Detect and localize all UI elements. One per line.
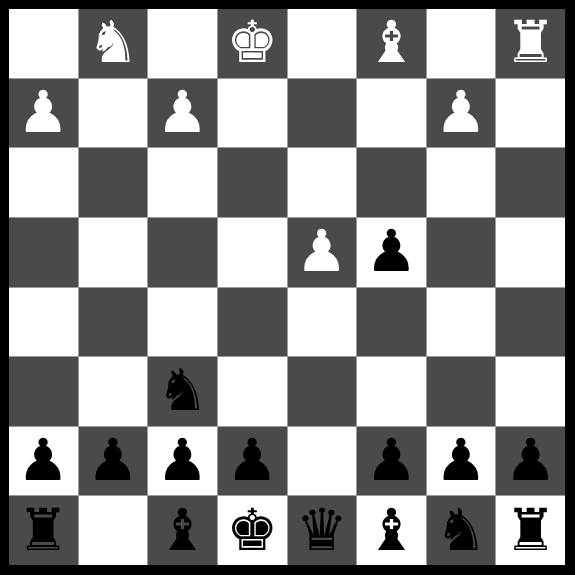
- piece-white-pawn[interactable]: ♟: [435, 83, 487, 141]
- square-a8[interactable]: ♜: [496, 496, 565, 565]
- piece-white-pawn[interactable]: ♟: [17, 83, 69, 141]
- square-b3[interactable]: [427, 148, 496, 217]
- square-b5[interactable]: [427, 288, 496, 357]
- square-f7[interactable]: ♟: [148, 427, 217, 496]
- square-g7[interactable]: ♟: [79, 427, 148, 496]
- square-a6[interactable]: [496, 357, 565, 426]
- piece-white-pawn[interactable]: ♟: [296, 222, 348, 280]
- square-b6[interactable]: [427, 357, 496, 426]
- square-a3[interactable]: [496, 148, 565, 217]
- square-c5[interactable]: [357, 288, 426, 357]
- piece-black-king[interactable]: ♚: [226, 501, 278, 559]
- square-h4[interactable]: [9, 218, 78, 287]
- square-d3[interactable]: [288, 148, 357, 217]
- piece-white-king[interactable]: ♚: [226, 13, 278, 71]
- square-g8[interactable]: [79, 496, 148, 565]
- board-frame: ♞♚♝♜♟♟♟♟♟♞♟♟♟♟♟♟♟♜♝♚♛♝♞♜: [0, 0, 575, 575]
- square-e7[interactable]: ♟: [218, 427, 287, 496]
- piece-white-pawn[interactable]: ♟: [157, 83, 209, 141]
- piece-white-knight[interactable]: ♞: [87, 13, 139, 71]
- square-h1[interactable]: [9, 9, 78, 78]
- piece-black-rook[interactable]: ♜: [505, 501, 557, 559]
- square-h3[interactable]: [9, 148, 78, 217]
- chess-board: ♞♚♝♜♟♟♟♟♟♞♟♟♟♟♟♟♟♜♝♚♛♝♞♜: [9, 9, 565, 565]
- square-e2[interactable]: [218, 79, 287, 148]
- piece-black-queen[interactable]: ♛: [296, 501, 348, 559]
- piece-black-knight[interactable]: ♞: [157, 361, 209, 419]
- square-g6[interactable]: [79, 357, 148, 426]
- square-h5[interactable]: [9, 288, 78, 357]
- square-b4[interactable]: [427, 218, 496, 287]
- square-e6[interactable]: [218, 357, 287, 426]
- piece-black-pawn[interactable]: ♟: [365, 222, 417, 280]
- square-a2[interactable]: [496, 79, 565, 148]
- square-e5[interactable]: [218, 288, 287, 357]
- square-a7[interactable]: ♟: [496, 427, 565, 496]
- square-g3[interactable]: [79, 148, 148, 217]
- piece-black-pawn[interactable]: ♟: [226, 431, 278, 489]
- square-h7[interactable]: ♟: [9, 427, 78, 496]
- square-d2[interactable]: [288, 79, 357, 148]
- square-h6[interactable]: [9, 357, 78, 426]
- square-b2[interactable]: ♟: [427, 79, 496, 148]
- square-d1[interactable]: [288, 9, 357, 78]
- square-c3[interactable]: [357, 148, 426, 217]
- square-a4[interactable]: [496, 218, 565, 287]
- square-f5[interactable]: [148, 288, 217, 357]
- square-e3[interactable]: [218, 148, 287, 217]
- square-c2[interactable]: [357, 79, 426, 148]
- piece-black-pawn[interactable]: ♟: [17, 431, 69, 489]
- piece-black-rook[interactable]: ♜: [17, 501, 69, 559]
- square-g1[interactable]: ♞: [79, 9, 148, 78]
- square-b7[interactable]: ♟: [427, 427, 496, 496]
- piece-black-pawn[interactable]: ♟: [435, 431, 487, 489]
- square-g5[interactable]: [79, 288, 148, 357]
- square-a5[interactable]: [496, 288, 565, 357]
- square-f4[interactable]: [148, 218, 217, 287]
- square-g4[interactable]: [79, 218, 148, 287]
- piece-black-pawn[interactable]: ♟: [87, 431, 139, 489]
- square-f3[interactable]: [148, 148, 217, 217]
- piece-black-bishop[interactable]: ♝: [157, 501, 209, 559]
- square-c8[interactable]: ♝: [357, 496, 426, 565]
- square-e8[interactable]: ♚: [218, 496, 287, 565]
- square-b1[interactable]: [427, 9, 496, 78]
- square-e4[interactable]: [218, 218, 287, 287]
- square-h8[interactable]: ♜: [9, 496, 78, 565]
- square-c1[interactable]: ♝: [357, 9, 426, 78]
- square-g2[interactable]: [79, 79, 148, 148]
- piece-black-knight[interactable]: ♞: [435, 501, 487, 559]
- square-b8[interactable]: ♞: [427, 496, 496, 565]
- piece-black-bishop[interactable]: ♝: [365, 501, 417, 559]
- square-d7[interactable]: [288, 427, 357, 496]
- piece-black-pawn[interactable]: ♟: [505, 431, 557, 489]
- piece-black-pawn[interactable]: ♟: [365, 431, 417, 489]
- square-e1[interactable]: ♚: [218, 9, 287, 78]
- square-d8[interactable]: ♛: [288, 496, 357, 565]
- square-c4[interactable]: ♟: [357, 218, 426, 287]
- square-a1[interactable]: ♜: [496, 9, 565, 78]
- square-f8[interactable]: ♝: [148, 496, 217, 565]
- square-c7[interactable]: ♟: [357, 427, 426, 496]
- square-c6[interactable]: [357, 357, 426, 426]
- square-d4[interactable]: ♟: [288, 218, 357, 287]
- square-f2[interactable]: ♟: [148, 79, 217, 148]
- piece-white-bishop[interactable]: ♝: [365, 13, 417, 71]
- square-h2[interactable]: ♟: [9, 79, 78, 148]
- square-d6[interactable]: [288, 357, 357, 426]
- square-f1[interactable]: [148, 9, 217, 78]
- piece-white-rook[interactable]: ♜: [505, 13, 557, 71]
- piece-black-pawn[interactable]: ♟: [157, 431, 209, 489]
- square-f6[interactable]: ♞: [148, 357, 217, 426]
- square-d5[interactable]: [288, 288, 357, 357]
